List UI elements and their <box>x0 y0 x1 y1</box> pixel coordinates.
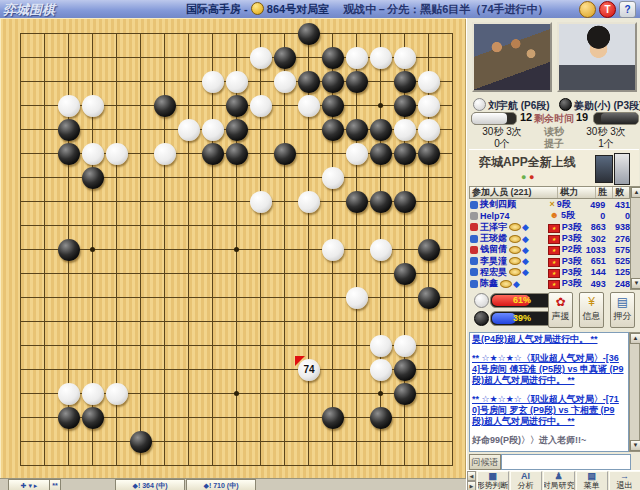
board-cell-19-9[interactable] <box>441 214 465 238</box>
board-cell-14-5[interactable] <box>321 118 345 142</box>
scroll-up-icon[interactable]: ▲ <box>631 187 640 198</box>
board-cell-7-4[interactable] <box>153 94 177 118</box>
board-cell-16-2[interactable] <box>369 46 393 70</box>
board-cell-6-9[interactable] <box>129 214 153 238</box>
board-cell-18-15[interactable] <box>417 358 441 382</box>
board-cell-7-19[interactable] <box>153 454 177 478</box>
board-cell-10-5[interactable] <box>225 118 249 142</box>
board-cell-17-7[interactable] <box>393 166 417 190</box>
board-cell-11-14[interactable] <box>249 334 273 358</box>
board-cell-8-5[interactable] <box>177 118 201 142</box>
board-cell-9-3[interactable] <box>201 70 225 94</box>
board-cell-19-10[interactable] <box>441 238 465 262</box>
participant-row[interactable]: 陈鑫◆★P3段493248 <box>469 278 630 289</box>
board-cell-16-18[interactable] <box>369 430 393 454</box>
board-cell-11-19[interactable] <box>249 454 273 478</box>
board-cell-6-17[interactable] <box>129 406 153 430</box>
board-cell-1-2[interactable] <box>9 46 33 70</box>
board-cell-15-12[interactable] <box>345 286 369 310</box>
board-cell-15-3[interactable] <box>345 70 369 94</box>
board-cell-2-10[interactable] <box>33 238 57 262</box>
board-cell-7-7[interactable] <box>153 166 177 190</box>
board-cell-12-3[interactable] <box>273 70 297 94</box>
board-cell-11-15[interactable] <box>249 358 273 382</box>
board-cell-7-16[interactable] <box>153 382 177 406</box>
board-cell-9-7[interactable] <box>201 166 225 190</box>
board-cell-15-10[interactable] <box>345 238 369 262</box>
board-cell-12-8[interactable] <box>273 190 297 214</box>
support-button-押分[interactable]: ▤押分 <box>610 292 635 328</box>
board-cell-5-14[interactable] <box>105 334 129 358</box>
board-cell-3-5[interactable] <box>57 118 81 142</box>
board-cell-18-2[interactable] <box>417 46 441 70</box>
board-cell-11-17[interactable] <box>249 406 273 430</box>
board-cell-12-9[interactable] <box>273 214 297 238</box>
board-cell-7-2[interactable] <box>153 46 177 70</box>
board-cell-17-8[interactable] <box>393 190 417 214</box>
board-cell-9-8[interactable] <box>201 190 225 214</box>
board-cell-12-12[interactable] <box>273 286 297 310</box>
board-cell-6-2[interactable] <box>129 46 153 70</box>
board-cell-16-5[interactable] <box>369 118 393 142</box>
board-cell-2-14[interactable] <box>33 334 57 358</box>
board-cell-11-8[interactable] <box>249 190 273 214</box>
board-cell-12-15[interactable] <box>273 358 297 382</box>
board-cell-12-10[interactable] <box>273 238 297 262</box>
board-cell-11-3[interactable] <box>249 70 273 94</box>
board-cell-1-6[interactable] <box>9 142 33 166</box>
board-cell-15-9[interactable] <box>345 214 369 238</box>
board-cell-16-1[interactable] <box>369 22 393 46</box>
board-cell-17-6[interactable] <box>393 142 417 166</box>
board-cell-5-6[interactable] <box>105 142 129 166</box>
board-cell-2-7[interactable] <box>33 166 57 190</box>
board-cell-4-15[interactable] <box>81 358 105 382</box>
board-cell-5-11[interactable] <box>105 262 129 286</box>
board-cell-9-17[interactable] <box>201 406 225 430</box>
board-cell-19-11[interactable] <box>441 262 465 286</box>
board-cell-12-4[interactable] <box>273 94 297 118</box>
board-cell-12-17[interactable] <box>273 406 297 430</box>
board-cell-6-5[interactable] <box>129 118 153 142</box>
board-cell-9-11[interactable] <box>201 262 225 286</box>
board-cell-16-12[interactable] <box>369 286 393 310</box>
help-icon[interactable]: ? <box>619 1 636 18</box>
board-cell-13-11[interactable] <box>297 262 321 286</box>
board-cell-1-15[interactable] <box>9 358 33 382</box>
board-cell-11-11[interactable] <box>249 262 273 286</box>
board-cell-1-18[interactable] <box>9 430 33 454</box>
board-cell-4-6[interactable] <box>81 142 105 166</box>
board-cell-1-13[interactable] <box>9 310 33 334</box>
board-cell-1-4[interactable] <box>9 94 33 118</box>
board-cell-3-18[interactable] <box>57 430 81 454</box>
board-cell-13-3[interactable] <box>297 70 321 94</box>
board-cell-16-8[interactable] <box>369 190 393 214</box>
board-cell-10-19[interactable] <box>225 454 249 478</box>
board-cell-3-14[interactable] <box>57 334 81 358</box>
board-cell-11-1[interactable] <box>249 22 273 46</box>
board-cell-17-13[interactable] <box>393 310 417 334</box>
board-cell-17-5[interactable] <box>393 118 417 142</box>
board-cell-18-19[interactable] <box>417 454 441 478</box>
board-cell-13-14[interactable] <box>297 334 321 358</box>
board-cell-14-8[interactable] <box>321 190 345 214</box>
board-cell-4-4[interactable] <box>81 94 105 118</box>
board-cell-6-13[interactable] <box>129 310 153 334</box>
board-cell-2-19[interactable] <box>33 454 57 478</box>
board-cell-13-18[interactable] <box>297 430 321 454</box>
chat-link[interactable]: ** ☆★☆★☆〈职业超人气对局〉-[364]号房间 傅珏准 (P5段) vs … <box>472 353 626 386</box>
board-cell-15-5[interactable] <box>345 118 369 142</box>
board-cell-18-13[interactable] <box>417 310 441 334</box>
board-cell-14-17[interactable] <box>321 406 345 430</box>
board-cell-19-8[interactable] <box>441 190 465 214</box>
board-cell-1-3[interactable] <box>9 70 33 94</box>
board-cell-17-9[interactable] <box>393 214 417 238</box>
board-cell-18-10[interactable] <box>417 238 441 262</box>
board-cell-1-5[interactable] <box>9 118 33 142</box>
room-tab-3[interactable]: ◆! 364 (中) <box>115 479 185 490</box>
board-cell-10-10[interactable] <box>225 238 249 262</box>
board-cell-4-16[interactable] <box>81 382 105 406</box>
chat-scroll-down-icon[interactable]: ▼ <box>630 440 640 451</box>
board-cell-2-12[interactable] <box>33 286 57 310</box>
board-cell-15-17[interactable] <box>345 406 369 430</box>
board-cell-8-7[interactable] <box>177 166 201 190</box>
board-cell-4-10[interactable] <box>81 238 105 262</box>
board-cell-3-2[interactable] <box>57 46 81 70</box>
board-cell-2-5[interactable] <box>33 118 57 142</box>
chat-link[interactable]: ** ☆★☆★☆〈职业超人气对局〉-[710]号房间 罗玄 (P9段) vs 卞… <box>472 394 626 427</box>
board-cell-2-15[interactable] <box>33 358 57 382</box>
board-cell-12-5[interactable] <box>273 118 297 142</box>
board-cell-12-1[interactable] <box>273 22 297 46</box>
board-cell-11-5[interactable] <box>249 118 273 142</box>
board-cell-10-3[interactable] <box>225 70 249 94</box>
board-cell-15-15[interactable] <box>345 358 369 382</box>
board-cell-7-10[interactable] <box>153 238 177 262</box>
board-cell-14-11[interactable] <box>321 262 345 286</box>
board-cell-13-7[interactable] <box>297 166 321 190</box>
board-cell-2-17[interactable] <box>33 406 57 430</box>
board-cell-10-16[interactable] <box>225 382 249 406</box>
board-cell-8-1[interactable] <box>177 22 201 46</box>
board-cell-16-10[interactable] <box>369 238 393 262</box>
board-cell-4-1[interactable] <box>81 22 105 46</box>
board-cell-9-18[interactable] <box>201 430 225 454</box>
board-cell-19-13[interactable] <box>441 310 465 334</box>
board-cell-4-18[interactable] <box>81 430 105 454</box>
board-cell-12-16[interactable] <box>273 382 297 406</box>
board-cell-16-15[interactable] <box>369 358 393 382</box>
board-cell-1-17[interactable] <box>9 406 33 430</box>
board-cell-18-14[interactable] <box>417 334 441 358</box>
go-board[interactable]: 74 <box>9 22 465 478</box>
board-cell-13-5[interactable] <box>297 118 321 142</box>
board-cell-2-6[interactable] <box>33 142 57 166</box>
board-cell-7-1[interactable] <box>153 22 177 46</box>
board-cell-8-18[interactable] <box>177 430 201 454</box>
board-cell-3-9[interactable] <box>57 214 81 238</box>
board-cell-14-9[interactable] <box>321 214 345 238</box>
board-cell-19-16[interactable] <box>441 382 465 406</box>
board-cell-4-17[interactable] <box>81 406 105 430</box>
board-cell-2-13[interactable] <box>33 310 57 334</box>
board-cell-16-11[interactable] <box>369 262 393 286</box>
board-cell-12-6[interactable] <box>273 142 297 166</box>
board-cell-9-13[interactable] <box>201 310 225 334</box>
board-cell-17-3[interactable] <box>393 70 417 94</box>
board-cell-11-10[interactable] <box>249 238 273 262</box>
board-cell-10-14[interactable] <box>225 334 249 358</box>
board-cell-2-4[interactable] <box>33 94 57 118</box>
board-cell-2-16[interactable] <box>33 382 57 406</box>
board-cell-7-6[interactable] <box>153 142 177 166</box>
board-cell-9-16[interactable] <box>201 382 225 406</box>
board-cell-4-5[interactable] <box>81 118 105 142</box>
board-cell-13-19[interactable] <box>297 454 321 478</box>
board-cell-12-13[interactable] <box>273 310 297 334</box>
board-cell-18-4[interactable] <box>417 94 441 118</box>
board-cell-18-7[interactable] <box>417 166 441 190</box>
board-cell-6-19[interactable] <box>129 454 153 478</box>
board-cell-15-8[interactable] <box>345 190 369 214</box>
toolbar-button-分析[interactable]: AI分析 <box>510 471 542 490</box>
board-cell-13-2[interactable] <box>297 46 321 70</box>
board-cell-9-15[interactable] <box>201 358 225 382</box>
board-cell-8-8[interactable] <box>177 190 201 214</box>
room-tab-2[interactable]: ** <box>49 479 61 490</box>
board-cell-15-6[interactable] <box>345 142 369 166</box>
board-cell-16-16[interactable] <box>369 382 393 406</box>
board-cell-5-16[interactable] <box>105 382 129 406</box>
board-cell-6-11[interactable] <box>129 262 153 286</box>
board-cell-8-9[interactable] <box>177 214 201 238</box>
board-cell-5-5[interactable] <box>105 118 129 142</box>
board-cell-17-15[interactable] <box>393 358 417 382</box>
board-cell-13-1[interactable] <box>297 22 321 46</box>
board-cell-19-7[interactable] <box>441 166 465 190</box>
room-tab-1[interactable]: ✚ ▾ ▸ <box>8 479 50 490</box>
board-cell-11-7[interactable] <box>249 166 273 190</box>
board-cell-10-11[interactable] <box>225 262 249 286</box>
board-cell-15-19[interactable] <box>345 454 369 478</box>
board-cell-3-6[interactable] <box>57 142 81 166</box>
board-cell-10-1[interactable] <box>225 22 249 46</box>
board-cell-8-14[interactable] <box>177 334 201 358</box>
board-cell-7-17[interactable] <box>153 406 177 430</box>
board-cell-14-14[interactable] <box>321 334 345 358</box>
chat-link[interactable]: 昊(P4段)超人气对局进行中。 ** <box>472 334 626 345</box>
board-cell-11-9[interactable] <box>249 214 273 238</box>
board-cell-14-3[interactable] <box>321 70 345 94</box>
board-cell-18-16[interactable] <box>417 382 441 406</box>
board-cell-15-1[interactable] <box>345 22 369 46</box>
board-cell-16-17[interactable] <box>369 406 393 430</box>
toolbar-pager[interactable]: ◀▶ <box>467 471 476 490</box>
board-cell-6-8[interactable] <box>129 190 153 214</box>
board-cell-15-14[interactable] <box>345 334 369 358</box>
board-cell-11-2[interactable] <box>249 46 273 70</box>
board-cell-14-15[interactable] <box>321 358 345 382</box>
board-cell-7-15[interactable] <box>153 358 177 382</box>
support-button-信息[interactable]: ¥信息 <box>579 292 604 328</box>
board-cell-14-19[interactable] <box>321 454 345 478</box>
board-cell-17-19[interactable] <box>393 454 417 478</box>
board-cell-9-6[interactable] <box>201 142 225 166</box>
board-cell-19-3[interactable] <box>441 70 465 94</box>
board-cell-5-13[interactable] <box>105 310 129 334</box>
board-cell-7-11[interactable] <box>153 262 177 286</box>
board-cell-14-6[interactable] <box>321 142 345 166</box>
board-cell-5-17[interactable] <box>105 406 129 430</box>
board-cell-4-14[interactable] <box>81 334 105 358</box>
board-cell-5-3[interactable] <box>105 70 129 94</box>
board-cell-14-12[interactable] <box>321 286 345 310</box>
board-cell-15-2[interactable] <box>345 46 369 70</box>
board-cell-3-13[interactable] <box>57 310 81 334</box>
board-cell-7-12[interactable] <box>153 286 177 310</box>
board-cell-14-2[interactable] <box>321 46 345 70</box>
board-cell-1-14[interactable] <box>9 334 33 358</box>
board-cell-10-13[interactable] <box>225 310 249 334</box>
board-cell-14-16[interactable] <box>321 382 345 406</box>
board-cell-5-2[interactable] <box>105 46 129 70</box>
board-cell-5-18[interactable] <box>105 430 129 454</box>
board-cell-4-12[interactable] <box>81 286 105 310</box>
board-cell-10-17[interactable] <box>225 406 249 430</box>
board-cell-7-14[interactable] <box>153 334 177 358</box>
board-cell-10-12[interactable] <box>225 286 249 310</box>
board-cell-3-19[interactable] <box>57 454 81 478</box>
board-cell-7-9[interactable] <box>153 214 177 238</box>
board-cell-8-15[interactable] <box>177 358 201 382</box>
board-cell-1-9[interactable] <box>9 214 33 238</box>
board-cell-14-4[interactable] <box>321 94 345 118</box>
board-cell-17-14[interactable] <box>393 334 417 358</box>
board-cell-1-10[interactable] <box>9 238 33 262</box>
board-cell-2-9[interactable] <box>33 214 57 238</box>
board-cell-10-4[interactable] <box>225 94 249 118</box>
board-cell-14-1[interactable] <box>321 22 345 46</box>
board-cell-8-17[interactable] <box>177 406 201 430</box>
board-cell-3-7[interactable] <box>57 166 81 190</box>
board-cell-10-18[interactable] <box>225 430 249 454</box>
board-cell-8-11[interactable] <box>177 262 201 286</box>
board-cell-18-18[interactable] <box>417 430 441 454</box>
board-cell-11-12[interactable] <box>249 286 273 310</box>
room-tab-4[interactable]: ◆! 710 (中) <box>186 479 256 490</box>
board-cell-5-4[interactable] <box>105 94 129 118</box>
board-cell-17-11[interactable] <box>393 262 417 286</box>
board-cell-4-11[interactable] <box>81 262 105 286</box>
board-cell-19-15[interactable] <box>441 358 465 382</box>
board-cell-11-6[interactable] <box>249 142 273 166</box>
support-button-声援[interactable]: ✿声援 <box>548 292 573 328</box>
board-cell-3-1[interactable] <box>57 22 81 46</box>
board-cell-4-13[interactable] <box>81 310 105 334</box>
sound-icon[interactable] <box>579 1 596 18</box>
board-cell-6-6[interactable] <box>129 142 153 166</box>
board-cell-2-11[interactable] <box>33 262 57 286</box>
board-cell-2-8[interactable] <box>33 190 57 214</box>
board-cell-7-5[interactable] <box>153 118 177 142</box>
board-cell-18-8[interactable] <box>417 190 441 214</box>
board-cell-14-18[interactable] <box>321 430 345 454</box>
board-cell-6-7[interactable] <box>129 166 153 190</box>
board-cell-6-16[interactable] <box>129 382 153 406</box>
board-cell-14-13[interactable] <box>321 310 345 334</box>
board-cell-9-14[interactable] <box>201 334 225 358</box>
board-cell-10-15[interactable] <box>225 358 249 382</box>
board-cell-19-19[interactable] <box>441 454 465 478</box>
board-cell-6-18[interactable] <box>129 430 153 454</box>
board-cell-18-11[interactable] <box>417 262 441 286</box>
board-cell-1-19[interactable] <box>9 454 33 478</box>
board-cell-1-7[interactable] <box>9 166 33 190</box>
board-cell-1-1[interactable] <box>9 22 33 46</box>
board-cell-3-3[interactable] <box>57 70 81 94</box>
board-cell-3-11[interactable] <box>57 262 81 286</box>
board-cell-4-8[interactable] <box>81 190 105 214</box>
board-cell-1-11[interactable] <box>9 262 33 286</box>
board-cell-2-1[interactable] <box>33 22 57 46</box>
board-cell-3-15[interactable] <box>57 358 81 382</box>
board-cell-8-2[interactable] <box>177 46 201 70</box>
board-cell-4-9[interactable] <box>81 214 105 238</box>
board-cell-6-12[interactable] <box>129 286 153 310</box>
board-cell-4-2[interactable] <box>81 46 105 70</box>
board-cell-9-4[interactable] <box>201 94 225 118</box>
board-cell-17-12[interactable] <box>393 286 417 310</box>
board-cell-9-1[interactable] <box>201 22 225 46</box>
toolbar-button-菜单[interactable]: ▤菜单 <box>576 471 608 490</box>
board-cell-8-10[interactable] <box>177 238 201 262</box>
board-cell-9-9[interactable] <box>201 214 225 238</box>
board-cell-13-12[interactable] <box>297 286 321 310</box>
board-cell-14-7[interactable] <box>321 166 345 190</box>
board-cell-6-10[interactable] <box>129 238 153 262</box>
board-cell-13-13[interactable] <box>297 310 321 334</box>
scroll-down-icon[interactable]: ▼ <box>631 278 640 289</box>
board-cell-12-2[interactable] <box>273 46 297 70</box>
board-cell-10-8[interactable] <box>225 190 249 214</box>
board-cell-9-19[interactable] <box>201 454 225 478</box>
board-cell-13-17[interactable] <box>297 406 321 430</box>
board-cell-19-2[interactable] <box>441 46 465 70</box>
toolbar-button-退出[interactable]: →退出 <box>609 471 640 490</box>
board-cell-6-3[interactable] <box>129 70 153 94</box>
board-cell-5-15[interactable] <box>105 358 129 382</box>
board-cell-5-8[interactable] <box>105 190 129 214</box>
participant-list[interactable]: 挟剑四顾×9段499431Help74☻5段00王泽宇◆★P3段863938王琰… <box>469 199 630 290</box>
board-cell-19-12[interactable] <box>441 286 465 310</box>
board-cell-8-4[interactable] <box>177 94 201 118</box>
board-cell-9-5[interactable] <box>201 118 225 142</box>
board-cell-13-16[interactable] <box>297 382 321 406</box>
board-cell-2-18[interactable] <box>33 430 57 454</box>
board-cell-16-6[interactable] <box>369 142 393 166</box>
board-cell-5-12[interactable] <box>105 286 129 310</box>
chat-scrollbar[interactable]: ▲ ▼ <box>629 332 640 452</box>
board-cell-15-18[interactable] <box>345 430 369 454</box>
board-cell-19-1[interactable] <box>441 22 465 46</box>
board-cell-4-19[interactable] <box>81 454 105 478</box>
board-cell-7-8[interactable] <box>153 190 177 214</box>
board-cell-18-12[interactable] <box>417 286 441 310</box>
board-cell-1-12[interactable] <box>9 286 33 310</box>
